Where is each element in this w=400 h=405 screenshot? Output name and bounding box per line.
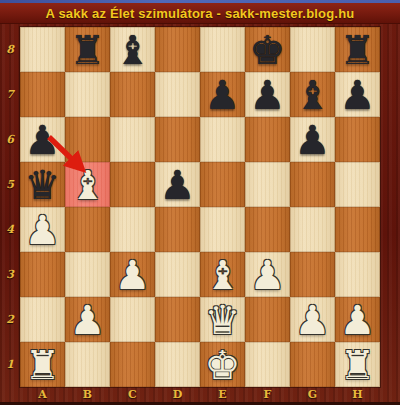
rank-label-1: 1: [0, 342, 20, 387]
file-label-d: D: [155, 387, 200, 402]
file-label-e: E: [200, 387, 245, 402]
square-a4[interactable]: ♟: [20, 207, 65, 252]
square-d8[interactable]: [155, 27, 200, 72]
black-bishop-g7[interactable]: ♝: [290, 72, 335, 117]
white-pawn-f3[interactable]: ♟: [245, 252, 290, 297]
square-e6[interactable]: [200, 117, 245, 162]
file-label-g: G: [290, 387, 335, 402]
file-label-h: H: [335, 387, 380, 402]
square-g4[interactable]: [290, 207, 335, 252]
black-rook-b8[interactable]: ♜: [65, 27, 110, 72]
square-h7[interactable]: ♟: [335, 72, 380, 117]
square-b7[interactable]: [65, 72, 110, 117]
square-a6[interactable]: ♟: [20, 117, 65, 162]
square-g6[interactable]: ♟: [290, 117, 335, 162]
black-pawn-g6[interactable]: ♟: [290, 117, 335, 162]
square-b4[interactable]: [65, 207, 110, 252]
title-bar: A sakk az Élet szimulátora - sakk-mester…: [0, 3, 400, 24]
square-h5[interactable]: [335, 162, 380, 207]
square-f2[interactable]: [245, 297, 290, 342]
square-b8[interactable]: ♜: [65, 27, 110, 72]
square-c6[interactable]: [110, 117, 155, 162]
square-f8[interactable]: ♚: [245, 27, 290, 72]
square-h3[interactable]: [335, 252, 380, 297]
file-label-f: F: [245, 387, 290, 402]
file-labels: ABCDEFGH: [20, 387, 380, 402]
black-pawn-f7[interactable]: ♟: [245, 72, 290, 117]
square-c4[interactable]: [110, 207, 155, 252]
rank-label-5: 5: [0, 162, 20, 207]
square-f4[interactable]: [245, 207, 290, 252]
white-pawn-h2[interactable]: ♟: [335, 297, 380, 342]
square-e8[interactable]: [200, 27, 245, 72]
square-e3[interactable]: ♝: [200, 252, 245, 297]
black-pawn-h7[interactable]: ♟: [335, 72, 380, 117]
square-h4[interactable]: [335, 207, 380, 252]
square-b1[interactable]: [65, 342, 110, 387]
chess-board-frame: 87654321 ♜♝♚♜♟♟♝♟♟♟♛♝♟♟♟♝♟♟♛♟♟♜♚♜ ABCDEF…: [0, 24, 400, 405]
black-pawn-e7[interactable]: ♟: [200, 72, 245, 117]
square-b3[interactable]: [65, 252, 110, 297]
square-c8[interactable]: ♝: [110, 27, 155, 72]
white-pawn-c3[interactable]: ♟: [110, 252, 155, 297]
square-g2[interactable]: ♟: [290, 297, 335, 342]
black-pawn-a6[interactable]: ♟: [20, 117, 65, 162]
square-c5[interactable]: [110, 162, 155, 207]
square-a5[interactable]: ♛: [20, 162, 65, 207]
square-g5[interactable]: [290, 162, 335, 207]
file-label-b: B: [65, 387, 110, 402]
square-e7[interactable]: ♟: [200, 72, 245, 117]
square-b2[interactable]: ♟: [65, 297, 110, 342]
file-label-a: A: [20, 387, 65, 402]
black-king-f8[interactable]: ♚: [245, 27, 290, 72]
square-e4[interactable]: [200, 207, 245, 252]
square-f1[interactable]: [245, 342, 290, 387]
square-g8[interactable]: [290, 27, 335, 72]
square-d5[interactable]: ♟: [155, 162, 200, 207]
square-a3[interactable]: [20, 252, 65, 297]
square-h2[interactable]: ♟: [335, 297, 380, 342]
rank-label-2: 2: [0, 297, 20, 342]
square-c7[interactable]: [110, 72, 155, 117]
white-pawn-g2[interactable]: ♟: [290, 297, 335, 342]
white-pawn-b2[interactable]: ♟: [65, 297, 110, 342]
black-bishop-c8[interactable]: ♝: [110, 27, 155, 72]
rank-labels: 87654321: [0, 27, 20, 387]
white-rook-h1[interactable]: ♜: [335, 342, 380, 387]
square-c3[interactable]: ♟: [110, 252, 155, 297]
white-bishop-e3[interactable]: ♝: [200, 252, 245, 297]
square-f3[interactable]: ♟: [245, 252, 290, 297]
square-a8[interactable]: [20, 27, 65, 72]
white-queen-e2[interactable]: ♛: [200, 297, 245, 342]
black-rook-h8[interactable]: ♜: [335, 27, 380, 72]
page-title: A sakk az Élet szimulátora - sakk-mester…: [46, 6, 355, 21]
square-e1[interactable]: ♚: [200, 342, 245, 387]
black-pawn-d5[interactable]: ♟: [155, 162, 200, 207]
square-c2[interactable]: [110, 297, 155, 342]
rank-label-7: 7: [0, 72, 20, 117]
square-h6[interactable]: [335, 117, 380, 162]
square-g3[interactable]: [290, 252, 335, 297]
square-f7[interactable]: ♟: [245, 72, 290, 117]
board-squares: ♜♝♚♜♟♟♝♟♟♟♛♝♟♟♟♝♟♟♛♟♟♜♚♜: [20, 27, 380, 387]
square-b6[interactable]: [65, 117, 110, 162]
square-d7[interactable]: [155, 72, 200, 117]
square-c1[interactable]: [110, 342, 155, 387]
square-d1[interactable]: [155, 342, 200, 387]
square-d3[interactable]: [155, 252, 200, 297]
file-label-c: C: [110, 387, 155, 402]
square-d2[interactable]: [155, 297, 200, 342]
white-king-e1[interactable]: ♚: [200, 342, 245, 387]
white-pawn-a4[interactable]: ♟: [20, 207, 65, 252]
square-h8[interactable]: ♜: [335, 27, 380, 72]
square-e5[interactable]: [200, 162, 245, 207]
square-a7[interactable]: [20, 72, 65, 117]
square-g7[interactable]: ♝: [290, 72, 335, 117]
square-f5[interactable]: [245, 162, 290, 207]
square-a2[interactable]: [20, 297, 65, 342]
square-f6[interactable]: [245, 117, 290, 162]
black-queen-a5[interactable]: ♛: [20, 162, 65, 207]
white-bishop-b5[interactable]: ♝: [65, 162, 110, 207]
square-d6[interactable]: [155, 117, 200, 162]
square-d4[interactable]: [155, 207, 200, 252]
square-e2[interactable]: ♛: [200, 297, 245, 342]
rank-label-8: 8: [0, 27, 20, 72]
rank-label-6: 6: [0, 117, 20, 162]
square-a1[interactable]: ♜: [20, 342, 65, 387]
square-b5[interactable]: ♝: [65, 162, 110, 207]
square-g1[interactable]: [290, 342, 335, 387]
square-h1[interactable]: ♜: [335, 342, 380, 387]
rank-label-4: 4: [0, 207, 20, 252]
rank-label-3: 3: [0, 252, 20, 297]
white-rook-a1[interactable]: ♜: [20, 342, 65, 387]
